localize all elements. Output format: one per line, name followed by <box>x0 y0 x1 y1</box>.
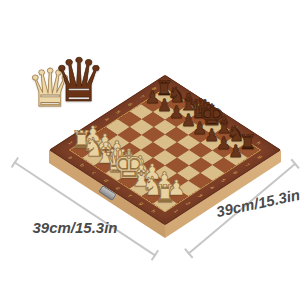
dimension-label-left: 39cm/15.3in <box>32 219 117 236</box>
product-photo-scene: abcdefgh abcdefgh 87654321 87654321 ♜♞♝♛… <box>0 0 300 300</box>
spare-piece-dark-queen: ♛ <box>52 50 106 110</box>
piece-white-rook: ♜ <box>154 183 176 207</box>
piece-black-pawn: ♟ <box>228 143 243 160</box>
dimension-label-right: 39cm/15.3in <box>215 186 300 220</box>
